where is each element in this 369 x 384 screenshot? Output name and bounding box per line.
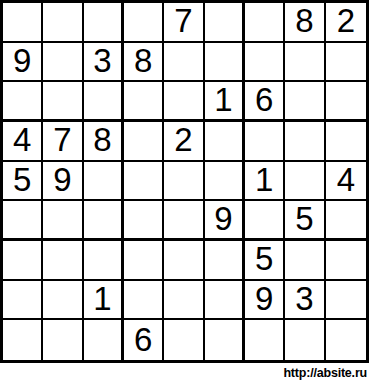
cell-r5c6[interactable] xyxy=(205,162,245,202)
sudoku-page: http://absite.ru http://absite.ru http:/… xyxy=(0,0,369,384)
cell-r9c6[interactable] xyxy=(205,320,245,360)
cell-r9c9[interactable] xyxy=(326,320,366,360)
cell-r3c3[interactable] xyxy=(84,82,124,122)
cell-r8c1[interactable] xyxy=(3,281,43,321)
cell-r3c7[interactable]: 6 xyxy=(245,82,285,122)
cell-r9c7[interactable] xyxy=(245,320,285,360)
cell-r5c1[interactable]: 5 xyxy=(3,162,43,202)
cell-r3c4[interactable] xyxy=(124,82,164,122)
cell-r6c6[interactable]: 9 xyxy=(205,201,245,241)
cell-r6c1[interactable] xyxy=(3,201,43,241)
cell-r6c4[interactable] xyxy=(124,201,164,241)
cell-r8c6[interactable] xyxy=(205,281,245,321)
cell-r7c4[interactable] xyxy=(124,241,164,281)
cell-r8c8[interactable]: 3 xyxy=(285,281,325,321)
cell-r7c6[interactable] xyxy=(205,241,245,281)
cell-r2c8[interactable] xyxy=(285,43,325,83)
cell-r2c4[interactable]: 8 xyxy=(124,43,164,83)
cell-r5c5[interactable] xyxy=(164,162,204,202)
cell-r7c9[interactable] xyxy=(326,241,366,281)
cell-r9c5[interactable] xyxy=(164,320,204,360)
cell-r8c3[interactable]: 1 xyxy=(84,281,124,321)
cell-r1c7[interactable] xyxy=(245,3,285,43)
cell-r9c2[interactable] xyxy=(43,320,83,360)
cell-r7c2[interactable] xyxy=(43,241,83,281)
cell-r6c7[interactable] xyxy=(245,201,285,241)
cell-r7c5[interactable] xyxy=(164,241,204,281)
cell-r4c9[interactable] xyxy=(326,122,366,162)
cell-r8c2[interactable] xyxy=(43,281,83,321)
cell-r5c7[interactable]: 1 xyxy=(245,162,285,202)
cell-r4c1[interactable]: 4 xyxy=(3,122,43,162)
cell-r3c1[interactable] xyxy=(3,82,43,122)
cell-r4c6[interactable] xyxy=(205,122,245,162)
sudoku-board: 78293816478259149551936 xyxy=(0,0,369,363)
cell-r8c9[interactable] xyxy=(326,281,366,321)
cell-r6c3[interactable] xyxy=(84,201,124,241)
cell-r4c4[interactable] xyxy=(124,122,164,162)
cell-r7c1[interactable] xyxy=(3,241,43,281)
cell-r3c9[interactable] xyxy=(326,82,366,122)
cell-r9c1[interactable] xyxy=(3,320,43,360)
cell-r1c9[interactable]: 2 xyxy=(326,3,366,43)
cell-r2c2[interactable] xyxy=(43,43,83,83)
cell-r8c4[interactable] xyxy=(124,281,164,321)
cell-r2c9[interactable] xyxy=(326,43,366,83)
cell-r5c4[interactable] xyxy=(124,162,164,202)
cell-r2c6[interactable] xyxy=(205,43,245,83)
cell-r1c6[interactable] xyxy=(205,3,245,43)
cell-r1c2[interactable] xyxy=(43,3,83,43)
cell-r1c5[interactable]: 7 xyxy=(164,3,204,43)
cell-r2c3[interactable]: 3 xyxy=(84,43,124,83)
cell-r6c2[interactable] xyxy=(43,201,83,241)
cell-r1c1[interactable] xyxy=(3,3,43,43)
cell-r9c3[interactable] xyxy=(84,320,124,360)
cell-r4c5[interactable]: 2 xyxy=(164,122,204,162)
cell-r9c8[interactable] xyxy=(285,320,325,360)
cell-r2c7[interactable] xyxy=(245,43,285,83)
cell-r8c5[interactable] xyxy=(164,281,204,321)
cell-r2c1[interactable]: 9 xyxy=(3,43,43,83)
cell-r6c9[interactable] xyxy=(326,201,366,241)
cell-r7c7[interactable]: 5 xyxy=(245,241,285,281)
cell-r1c4[interactable] xyxy=(124,3,164,43)
cell-r2c5[interactable] xyxy=(164,43,204,83)
cell-r5c3[interactable] xyxy=(84,162,124,202)
cell-r4c3[interactable]: 8 xyxy=(84,122,124,162)
board-area: http://absite.ru http://absite.ru http:/… xyxy=(0,0,369,363)
cell-r7c8[interactable] xyxy=(285,241,325,281)
cell-r6c8[interactable]: 5 xyxy=(285,201,325,241)
cell-r7c3[interactable] xyxy=(84,241,124,281)
cell-r3c6[interactable]: 1 xyxy=(205,82,245,122)
cell-r5c8[interactable] xyxy=(285,162,325,202)
cell-r1c8[interactable]: 8 xyxy=(285,3,325,43)
cell-r6c5[interactable] xyxy=(164,201,204,241)
site-credit-link[interactable]: http://absite.ru xyxy=(0,366,367,381)
cell-r9c4[interactable]: 6 xyxy=(124,320,164,360)
cell-r8c7[interactable]: 9 xyxy=(245,281,285,321)
cell-r5c9[interactable]: 4 xyxy=(326,162,366,202)
cell-r3c5[interactable] xyxy=(164,82,204,122)
cell-r4c2[interactable]: 7 xyxy=(43,122,83,162)
cell-r3c8[interactable] xyxy=(285,82,325,122)
cell-r5c2[interactable]: 9 xyxy=(43,162,83,202)
cell-r3c2[interactable] xyxy=(43,82,83,122)
cell-r4c7[interactable] xyxy=(245,122,285,162)
cell-r1c3[interactable] xyxy=(84,3,124,43)
cell-r4c8[interactable] xyxy=(285,122,325,162)
